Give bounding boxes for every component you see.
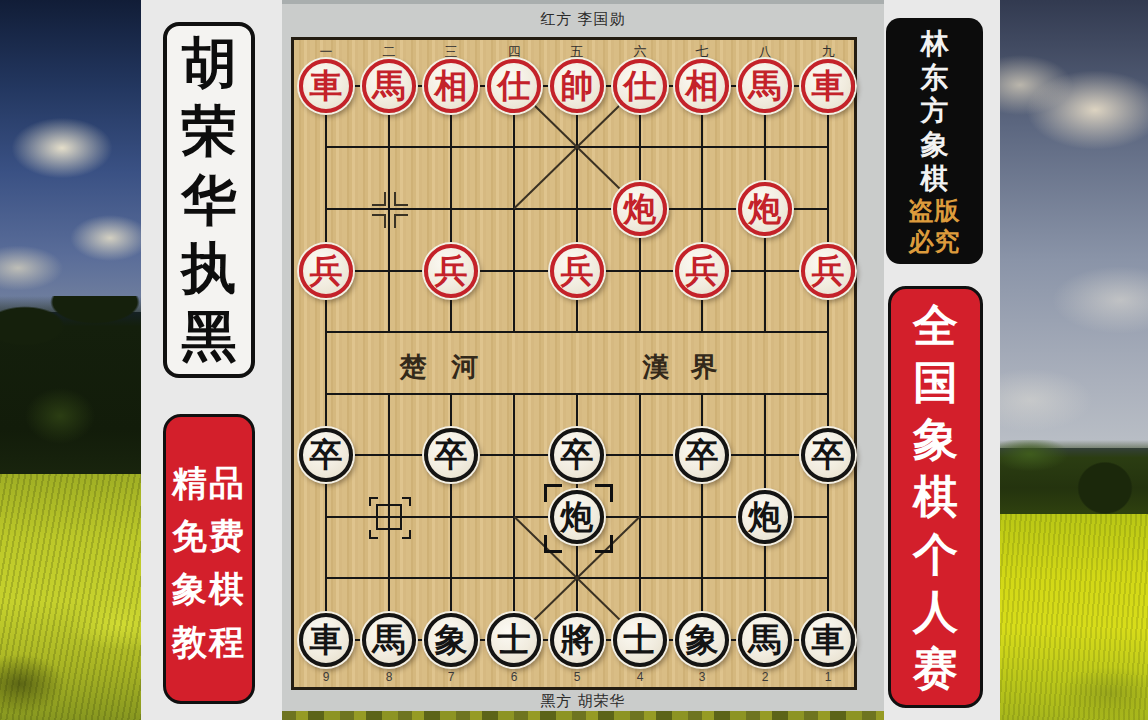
marker-corner [394,192,408,206]
piece-red-炮[interactable]: 炮 [738,182,792,236]
piece-black-將[interactable]: 將 [550,613,604,667]
piracy-warning-line: 盗版 [909,198,961,223]
piece-red-馬[interactable]: 馬 [362,59,416,113]
flower-field-right [1000,514,1148,720]
banner-char: 华 [182,173,237,228]
river-label: 界 [689,349,719,385]
marker-tick [402,530,411,539]
banner-line: 精品 [172,465,246,500]
banner-hu-ronghua-plays-black: 胡荣华执黑 [163,22,255,378]
banner-line: 教程 [172,624,246,659]
marker-corner [372,214,386,228]
piece-black-卒[interactable]: 卒 [801,428,855,482]
board-panel: 红方 李国勋 一二三四五六七八九987654321楚河漢界車馬相仕帥仕相馬車炮炮… [282,0,884,712]
piece-black-卒[interactable]: 卒 [424,428,478,482]
piece-black-炮[interactable]: 炮 [738,490,792,544]
banner-lin-dongfang-xiangqi: 林东方象棋盗版必究 [886,18,983,264]
piece-black-卒[interactable]: 卒 [675,428,729,482]
marker-bracket [544,535,562,553]
banner-char: 棋 [921,165,949,193]
flower-field-left [0,474,141,720]
trees-left [0,296,141,486]
river-label: 河 [450,349,480,385]
banner-char: 象 [913,417,958,462]
piece-black-車[interactable]: 車 [299,613,353,667]
marker-tick [369,497,378,506]
banner-char: 东 [921,64,949,92]
banner-char: 人 [913,589,958,634]
piece-black-士[interactable]: 士 [613,613,667,667]
banner-char: 方 [921,97,949,125]
piece-black-卒[interactable]: 卒 [299,428,353,482]
piece-red-炮[interactable]: 炮 [613,182,667,236]
photo-strip-below-panel [282,711,884,720]
banner-char: 林 [921,30,949,58]
marker-bracket [595,535,613,553]
file-label-bottom: 8 [374,670,404,684]
file-label-bottom: 7 [436,670,466,684]
piece-red-馬[interactable]: 馬 [738,59,792,113]
piece-black-馬[interactable]: 馬 [738,613,792,667]
black-player-label: 黑方 胡荣华 [282,692,884,711]
piece-red-兵[interactable]: 兵 [550,244,604,298]
banner-free-xiangqi-lessons: 精品免费象棋教程 [163,414,255,704]
piece-red-車[interactable]: 車 [299,59,353,113]
piece-red-相[interactable]: 相 [675,59,729,113]
xiangqi-board: 一二三四五六七八九987654321楚河漢界車馬相仕帥仕相馬車炮炮兵兵兵兵兵卒卒… [291,37,857,690]
piece-red-兵[interactable]: 兵 [801,244,855,298]
banner-char: 胡 [182,36,237,91]
marker-tick [402,497,411,506]
marker-bracket [595,484,613,502]
banner-line: 象棋 [172,571,246,606]
banner-char: 个 [913,532,958,577]
file-label-bottom: 3 [687,670,717,684]
piece-red-帥[interactable]: 帥 [550,59,604,113]
piece-red-相[interactable]: 相 [424,59,478,113]
marker-black-move-origin [369,497,409,537]
banner-char: 全 [913,303,958,348]
piece-red-仕[interactable]: 仕 [613,59,667,113]
trees-right [1000,440,1148,520]
grid-line [325,86,327,640]
banner-char: 象 [921,131,949,159]
banner-char: 赛 [913,646,958,691]
piece-black-象[interactable]: 象 [424,613,478,667]
marker-corner [372,192,386,206]
piece-red-車[interactable]: 車 [801,59,855,113]
red-player-label: 红方 李国勋 [282,10,884,29]
marker-corner [394,214,408,228]
piece-black-卒[interactable]: 卒 [550,428,604,482]
banner-char: 国 [913,360,958,405]
piece-red-兵[interactable]: 兵 [424,244,478,298]
river-label: 楚 [398,349,428,385]
file-label-bottom: 4 [625,670,655,684]
marker-tick [369,530,378,539]
piece-red-兵[interactable]: 兵 [675,244,729,298]
piece-black-象[interactable]: 象 [675,613,729,667]
banner-national-individual-championship: 全国象棋个人赛 [888,286,983,708]
piracy-warning-line: 必究 [909,229,961,254]
background-photo-left [0,0,141,720]
piece-black-車[interactable]: 車 [801,613,855,667]
piece-red-兵[interactable]: 兵 [299,244,353,298]
piece-black-馬[interactable]: 馬 [362,613,416,667]
banner-char: 执 [182,241,237,296]
file-label-bottom: 5 [562,670,592,684]
river-label: 漢 [641,349,671,385]
marker-black-move-destination [544,484,610,550]
file-label-bottom: 9 [311,670,341,684]
banner-char: 棋 [913,474,958,519]
banner-char: 荣 [182,104,237,159]
piece-red-仕[interactable]: 仕 [487,59,541,113]
file-label-bottom: 6 [499,670,529,684]
piece-black-士[interactable]: 士 [487,613,541,667]
marker-bracket [544,484,562,502]
background-photo-right [1000,0,1148,720]
sky-left [0,0,141,312]
marker-red-move-origin [372,192,406,226]
sky-right [1000,0,1148,448]
marker-square [376,504,402,530]
grid-line [827,86,829,640]
file-label-bottom: 2 [750,670,780,684]
banner-line: 免费 [172,518,246,553]
file-label-bottom: 1 [813,670,843,684]
banner-char: 黑 [182,309,237,364]
